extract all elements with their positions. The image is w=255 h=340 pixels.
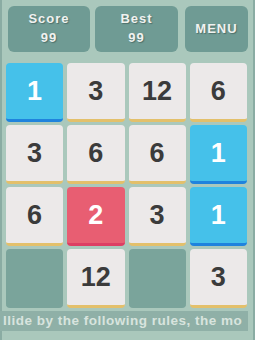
- menu-button[interactable]: MENU: [185, 6, 248, 52]
- tile-1-r2c4[interactable]: 1: [190, 125, 247, 184]
- tile-6-r2c2[interactable]: 6: [67, 125, 124, 184]
- tile-6-r2c3[interactable]: 6: [129, 125, 186, 184]
- board-grid[interactable]: 1312636616231123: [6, 63, 247, 308]
- score-label: Score: [28, 10, 69, 29]
- tile-3-r3c3[interactable]: 3: [129, 187, 186, 246]
- empty-cell-r4c1: [6, 249, 63, 308]
- menu-button-label: MENU: [195, 20, 237, 39]
- window-edge-right: [253, 0, 255, 340]
- tile-1-r1c1[interactable]: 1: [6, 63, 63, 122]
- tile-1-r3c4[interactable]: 1: [190, 187, 247, 246]
- tile-2-r3c2[interactable]: 2: [67, 187, 124, 246]
- score-value: 99: [41, 29, 57, 48]
- empty-cell-r4c3: [129, 249, 186, 308]
- tile-3-r2c1[interactable]: 3: [6, 125, 63, 184]
- tile-6-r3c1[interactable]: 6: [6, 187, 63, 246]
- best-value: 99: [128, 29, 144, 48]
- tile-12-r4c2[interactable]: 12: [67, 249, 124, 308]
- tile-3-r1c2[interactable]: 3: [67, 63, 124, 122]
- window-edge-left: [0, 0, 2, 340]
- tile-3-r4c4[interactable]: 3: [190, 249, 247, 308]
- best-label: Best: [120, 10, 152, 29]
- tile-6-r1c4[interactable]: 6: [190, 63, 247, 122]
- score-display: Score 99: [8, 6, 90, 52]
- best-display: Best 99: [95, 6, 178, 52]
- tile-12-r1c3[interactable]: 12: [129, 63, 186, 122]
- rules-marquee-text: llide by the following rules, the mo: [3, 313, 242, 328]
- rules-marquee: llide by the following rules, the mo: [0, 311, 248, 331]
